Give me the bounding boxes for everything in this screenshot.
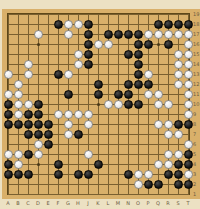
intersection-R7[interactable] (163, 129, 173, 139)
intersection-D12[interactable] (33, 79, 43, 89)
intersection-K17[interactable] (93, 29, 103, 39)
intersection-C5[interactable] (23, 149, 33, 159)
intersection-O18[interactable] (133, 19, 143, 29)
intersection-P4[interactable] (143, 159, 153, 169)
intersection-D6[interactable] (33, 139, 43, 149)
intersection-L18[interactable] (103, 19, 113, 29)
intersection-K9[interactable] (93, 109, 103, 119)
intersection-Q2[interactable] (153, 179, 163, 189)
intersection-J8[interactable] (83, 119, 93, 129)
intersection-P1[interactable] (143, 189, 153, 199)
intersection-E11[interactable] (43, 89, 53, 99)
intersection-G4[interactable] (63, 159, 73, 169)
intersection-A5[interactable] (3, 149, 13, 159)
intersection-J16[interactable] (83, 39, 93, 49)
intersection-M3[interactable] (113, 169, 123, 179)
intersection-D13[interactable] (33, 69, 43, 79)
intersection-H18[interactable] (73, 19, 83, 29)
intersection-K11[interactable] (93, 89, 103, 99)
intersection-D9[interactable] (33, 109, 43, 119)
intersection-D11[interactable] (33, 89, 43, 99)
intersection-S12[interactable] (173, 79, 183, 89)
intersection-J19[interactable] (83, 9, 93, 19)
intersection-D3[interactable] (33, 169, 43, 179)
intersection-K7[interactable] (93, 129, 103, 139)
intersection-Q16[interactable] (153, 39, 163, 49)
intersection-C4[interactable] (23, 159, 33, 169)
intersection-E9[interactable] (43, 109, 53, 119)
intersection-T7[interactable] (183, 129, 193, 139)
intersection-J9[interactable] (83, 109, 93, 119)
intersection-L2[interactable] (103, 179, 113, 189)
intersection-A17[interactable] (3, 29, 13, 39)
intersection-G9[interactable] (63, 109, 73, 119)
intersection-S19[interactable] (173, 9, 183, 19)
intersection-K13[interactable] (93, 69, 103, 79)
intersection-R11[interactable] (163, 89, 173, 99)
intersection-D17[interactable] (33, 29, 43, 39)
intersection-A3[interactable] (3, 169, 13, 179)
intersection-O3[interactable] (133, 169, 143, 179)
intersection-S8[interactable] (173, 119, 183, 129)
intersection-P15[interactable] (143, 49, 153, 59)
intersection-E12[interactable] (43, 79, 53, 89)
intersection-E15[interactable] (43, 49, 53, 59)
intersection-M16[interactable] (113, 39, 123, 49)
intersection-F17[interactable] (53, 29, 63, 39)
intersection-R2[interactable] (163, 179, 173, 189)
intersection-D14[interactable] (33, 59, 43, 69)
intersection-E10[interactable] (43, 99, 53, 109)
intersection-N6[interactable] (123, 139, 133, 149)
intersection-O10[interactable] (133, 99, 143, 109)
intersection-M6[interactable] (113, 139, 123, 149)
intersection-H14[interactable] (73, 59, 83, 69)
intersection-R1[interactable] (163, 189, 173, 199)
intersection-J13[interactable] (83, 69, 93, 79)
intersection-B19[interactable] (13, 9, 23, 19)
intersection-D8[interactable] (33, 119, 43, 129)
intersection-N11[interactable] (123, 89, 133, 99)
intersection-J15[interactable] (83, 49, 93, 59)
intersection-R6[interactable] (163, 139, 173, 149)
intersection-R13[interactable] (163, 69, 173, 79)
intersection-H15[interactable] (73, 49, 83, 59)
intersection-D5[interactable] (33, 149, 43, 159)
intersection-A6[interactable] (3, 139, 13, 149)
intersection-C18[interactable] (23, 19, 33, 29)
intersection-T18[interactable] (183, 19, 193, 29)
intersection-N19[interactable] (123, 9, 133, 19)
intersection-R12[interactable] (163, 79, 173, 89)
intersection-G16[interactable] (63, 39, 73, 49)
intersection-T15[interactable] (183, 49, 193, 59)
intersection-Q7[interactable] (153, 129, 163, 139)
intersection-J12[interactable] (83, 79, 93, 89)
intersection-J10[interactable] (83, 99, 93, 109)
intersection-Q5[interactable] (153, 149, 163, 159)
intersection-A4[interactable] (3, 159, 13, 169)
intersection-A18[interactable] (3, 19, 13, 29)
intersection-Q4[interactable] (153, 159, 163, 169)
intersection-R19[interactable] (163, 9, 173, 19)
intersection-S15[interactable] (173, 49, 183, 59)
intersection-B10[interactable] (13, 99, 23, 109)
intersection-Q8[interactable] (153, 119, 163, 129)
intersection-M10[interactable] (113, 99, 123, 109)
intersection-F2[interactable] (53, 179, 63, 189)
intersection-L16[interactable] (103, 39, 113, 49)
intersection-P12[interactable] (143, 79, 153, 89)
intersection-J3[interactable] (83, 169, 93, 179)
intersection-G5[interactable] (63, 149, 73, 159)
intersection-H17[interactable] (73, 29, 83, 39)
intersection-T17[interactable] (183, 29, 193, 39)
intersection-E2[interactable] (43, 179, 53, 189)
intersection-A19[interactable] (3, 9, 13, 19)
intersection-Q9[interactable] (153, 109, 163, 119)
intersection-R9[interactable] (163, 109, 173, 119)
intersection-M18[interactable] (113, 19, 123, 29)
intersection-G17[interactable] (63, 29, 73, 39)
intersection-A14[interactable] (3, 59, 13, 69)
intersection-O4[interactable] (133, 159, 143, 169)
intersection-T10[interactable] (183, 99, 193, 109)
intersection-S6[interactable] (173, 139, 183, 149)
intersection-N3[interactable] (123, 169, 133, 179)
intersection-S10[interactable] (173, 99, 183, 109)
intersection-Q3[interactable] (153, 169, 163, 179)
intersection-H3[interactable] (73, 169, 83, 179)
intersection-P10[interactable] (143, 99, 153, 109)
intersection-F16[interactable] (53, 39, 63, 49)
intersection-K19[interactable] (93, 9, 103, 19)
intersection-J5[interactable] (83, 149, 93, 159)
intersection-B14[interactable] (13, 59, 23, 69)
intersection-F14[interactable] (53, 59, 63, 69)
intersection-L3[interactable] (103, 169, 113, 179)
intersection-L14[interactable] (103, 59, 113, 69)
intersection-S14[interactable] (173, 59, 183, 69)
intersection-P9[interactable] (143, 109, 153, 119)
intersection-B12[interactable] (13, 79, 23, 89)
intersection-B17[interactable] (13, 29, 23, 39)
intersection-J1[interactable] (83, 189, 93, 199)
intersection-N8[interactable] (123, 119, 133, 129)
intersection-H5[interactable] (73, 149, 83, 159)
intersection-N1[interactable] (123, 189, 133, 199)
intersection-T14[interactable] (183, 59, 193, 69)
intersection-S3[interactable] (173, 169, 183, 179)
intersection-N2[interactable] (123, 179, 133, 189)
intersection-J18[interactable] (83, 19, 93, 29)
intersection-C16[interactable] (23, 39, 33, 49)
intersection-T8[interactable] (183, 119, 193, 129)
intersection-N9[interactable] (123, 109, 133, 119)
intersection-A12[interactable] (3, 79, 13, 89)
intersection-C11[interactable] (23, 89, 33, 99)
intersection-C12[interactable] (23, 79, 33, 89)
intersection-T1[interactable] (183, 189, 193, 199)
intersection-F4[interactable] (53, 159, 63, 169)
intersection-N7[interactable] (123, 129, 133, 139)
intersection-O7[interactable] (133, 129, 143, 139)
intersection-Q12[interactable] (153, 79, 163, 89)
intersection-M9[interactable] (113, 109, 123, 119)
intersection-K16[interactable] (93, 39, 103, 49)
intersection-G6[interactable] (63, 139, 73, 149)
intersection-B7[interactable] (13, 129, 23, 139)
intersection-L4[interactable] (103, 159, 113, 169)
intersection-S11[interactable] (173, 89, 183, 99)
intersection-G3[interactable] (63, 169, 73, 179)
intersection-L6[interactable] (103, 139, 113, 149)
intersection-T11[interactable] (183, 89, 193, 99)
intersection-S17[interactable] (173, 29, 183, 39)
intersection-T6[interactable] (183, 139, 193, 149)
intersection-D10[interactable] (33, 99, 43, 109)
intersection-P19[interactable] (143, 9, 153, 19)
intersection-F12[interactable] (53, 79, 63, 89)
intersection-A16[interactable] (3, 39, 13, 49)
intersection-K8[interactable] (93, 119, 103, 129)
intersection-G18[interactable] (63, 19, 73, 29)
intersection-E17[interactable] (43, 29, 53, 39)
intersection-E18[interactable] (43, 19, 53, 29)
intersection-G14[interactable] (63, 59, 73, 69)
intersection-B1[interactable] (13, 189, 23, 199)
intersection-Q15[interactable] (153, 49, 163, 59)
intersection-P18[interactable] (143, 19, 153, 29)
intersection-G19[interactable] (63, 9, 73, 19)
intersection-L10[interactable] (103, 99, 113, 109)
intersection-O13[interactable] (133, 69, 143, 79)
intersection-T3[interactable] (183, 169, 193, 179)
intersection-F15[interactable] (53, 49, 63, 59)
intersection-M1[interactable] (113, 189, 123, 199)
intersection-R16[interactable] (163, 39, 173, 49)
intersection-O9[interactable] (133, 109, 143, 119)
intersection-N13[interactable] (123, 69, 133, 79)
intersection-T12[interactable] (183, 79, 193, 89)
intersection-E13[interactable] (43, 69, 53, 79)
intersection-M11[interactable] (113, 89, 123, 99)
intersection-K12[interactable] (93, 79, 103, 89)
board-grid[interactable] (3, 9, 193, 199)
intersection-P7[interactable] (143, 129, 153, 139)
intersection-P8[interactable] (143, 119, 153, 129)
intersection-J7[interactable] (83, 129, 93, 139)
intersection-B2[interactable] (13, 179, 23, 189)
intersection-J6[interactable] (83, 139, 93, 149)
intersection-N14[interactable] (123, 59, 133, 69)
intersection-A7[interactable] (3, 129, 13, 139)
intersection-T2[interactable] (183, 179, 193, 189)
intersection-F7[interactable] (53, 129, 63, 139)
intersection-A9[interactable] (3, 109, 13, 119)
intersection-A13[interactable] (3, 69, 13, 79)
intersection-M17[interactable] (113, 29, 123, 39)
intersection-L11[interactable] (103, 89, 113, 99)
intersection-K1[interactable] (93, 189, 103, 199)
intersection-O19[interactable] (133, 9, 143, 19)
intersection-P16[interactable] (143, 39, 153, 49)
intersection-O8[interactable] (133, 119, 143, 129)
intersection-P6[interactable] (143, 139, 153, 149)
intersection-Q17[interactable] (153, 29, 163, 39)
intersection-M5[interactable] (113, 149, 123, 159)
intersection-D18[interactable] (33, 19, 43, 29)
intersection-P14[interactable] (143, 59, 153, 69)
intersection-J2[interactable] (83, 179, 93, 189)
intersection-F6[interactable] (53, 139, 63, 149)
intersection-H11[interactable] (73, 89, 83, 99)
intersection-B9[interactable] (13, 109, 23, 119)
intersection-O6[interactable] (133, 139, 143, 149)
intersection-C2[interactable] (23, 179, 33, 189)
intersection-R17[interactable] (163, 29, 173, 39)
intersection-D1[interactable] (33, 189, 43, 199)
intersection-J14[interactable] (83, 59, 93, 69)
intersection-E3[interactable] (43, 169, 53, 179)
intersection-R15[interactable] (163, 49, 173, 59)
intersection-L8[interactable] (103, 119, 113, 129)
intersection-Q13[interactable] (153, 69, 163, 79)
intersection-L1[interactable] (103, 189, 113, 199)
intersection-G15[interactable] (63, 49, 73, 59)
intersection-C1[interactable] (23, 189, 33, 199)
intersection-S1[interactable] (173, 189, 183, 199)
intersection-F18[interactable] (53, 19, 63, 29)
intersection-E7[interactable] (43, 129, 53, 139)
intersection-E6[interactable] (43, 139, 53, 149)
intersection-T13[interactable] (183, 69, 193, 79)
intersection-L9[interactable] (103, 109, 113, 119)
intersection-O16[interactable] (133, 39, 143, 49)
intersection-H10[interactable] (73, 99, 83, 109)
intersection-D2[interactable] (33, 179, 43, 189)
intersection-F9[interactable] (53, 109, 63, 119)
intersection-B13[interactable] (13, 69, 23, 79)
intersection-N12[interactable] (123, 79, 133, 89)
intersection-R18[interactable] (163, 19, 173, 29)
intersection-J11[interactable] (83, 89, 93, 99)
intersection-S5[interactable] (173, 149, 183, 159)
intersection-N4[interactable] (123, 159, 133, 169)
intersection-S2[interactable] (173, 179, 183, 189)
intersection-B3[interactable] (13, 169, 23, 179)
intersection-M15[interactable] (113, 49, 123, 59)
intersection-C13[interactable] (23, 69, 33, 79)
intersection-S9[interactable] (173, 109, 183, 119)
intersection-L5[interactable] (103, 149, 113, 159)
intersection-G11[interactable] (63, 89, 73, 99)
intersection-R10[interactable] (163, 99, 173, 109)
intersection-K15[interactable] (93, 49, 103, 59)
intersection-J17[interactable] (83, 29, 93, 39)
intersection-R5[interactable] (163, 149, 173, 159)
intersection-K14[interactable] (93, 59, 103, 69)
intersection-Q1[interactable] (153, 189, 163, 199)
intersection-H2[interactable] (73, 179, 83, 189)
intersection-L12[interactable] (103, 79, 113, 89)
intersection-L15[interactable] (103, 49, 113, 59)
intersection-R4[interactable] (163, 159, 173, 169)
intersection-Q10[interactable] (153, 99, 163, 109)
intersection-H6[interactable] (73, 139, 83, 149)
intersection-E5[interactable] (43, 149, 53, 159)
intersection-R8[interactable] (163, 119, 173, 129)
intersection-C6[interactable] (23, 139, 33, 149)
intersection-H4[interactable] (73, 159, 83, 169)
intersection-P17[interactable] (143, 29, 153, 39)
intersection-C15[interactable] (23, 49, 33, 59)
intersection-B18[interactable] (13, 19, 23, 29)
intersection-K4[interactable] (93, 159, 103, 169)
intersection-N18[interactable] (123, 19, 133, 29)
intersection-T19[interactable] (183, 9, 193, 19)
intersection-H13[interactable] (73, 69, 83, 79)
intersection-R14[interactable] (163, 59, 173, 69)
intersection-B6[interactable] (13, 139, 23, 149)
intersection-M7[interactable] (113, 129, 123, 139)
intersection-L13[interactable] (103, 69, 113, 79)
intersection-S18[interactable] (173, 19, 183, 29)
intersection-S13[interactable] (173, 69, 183, 79)
intersection-C7[interactable] (23, 129, 33, 139)
intersection-H12[interactable] (73, 79, 83, 89)
intersection-K3[interactable] (93, 169, 103, 179)
intersection-C9[interactable] (23, 109, 33, 119)
intersection-B11[interactable] (13, 89, 23, 99)
intersection-Q19[interactable] (153, 9, 163, 19)
intersection-H8[interactable] (73, 119, 83, 129)
intersection-D7[interactable] (33, 129, 43, 139)
intersection-D19[interactable] (33, 9, 43, 19)
intersection-Q14[interactable] (153, 59, 163, 69)
intersection-F8[interactable] (53, 119, 63, 129)
intersection-E1[interactable] (43, 189, 53, 199)
intersection-O5[interactable] (133, 149, 143, 159)
intersection-C19[interactable] (23, 9, 33, 19)
intersection-O11[interactable] (133, 89, 143, 99)
intersection-F13[interactable] (53, 69, 63, 79)
intersection-P13[interactable] (143, 69, 153, 79)
intersection-F19[interactable] (53, 9, 63, 19)
intersection-T9[interactable] (183, 109, 193, 119)
intersection-M4[interactable] (113, 159, 123, 169)
intersection-H19[interactable] (73, 9, 83, 19)
intersection-L17[interactable] (103, 29, 113, 39)
intersection-N5[interactable] (123, 149, 133, 159)
intersection-N15[interactable] (123, 49, 133, 59)
intersection-F5[interactable] (53, 149, 63, 159)
intersection-C8[interactable] (23, 119, 33, 129)
intersection-E16[interactable] (43, 39, 53, 49)
intersection-B16[interactable] (13, 39, 23, 49)
intersection-A11[interactable] (3, 89, 13, 99)
intersection-O14[interactable] (133, 59, 143, 69)
intersection-N10[interactable] (123, 99, 133, 109)
intersection-D16[interactable] (33, 39, 43, 49)
intersection-D15[interactable] (33, 49, 43, 59)
intersection-F11[interactable] (53, 89, 63, 99)
intersection-Q6[interactable] (153, 139, 163, 149)
intersection-C17[interactable] (23, 29, 33, 39)
intersection-A15[interactable] (3, 49, 13, 59)
intersection-H7[interactable] (73, 129, 83, 139)
intersection-E4[interactable] (43, 159, 53, 169)
